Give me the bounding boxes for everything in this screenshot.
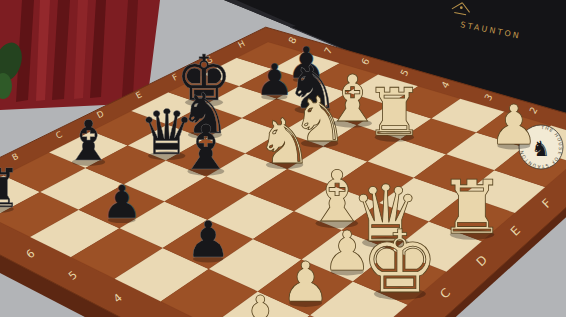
piece-white-rook-e1[interactable]: ♜ [439,164,505,250]
scene: Wooden Staunton chess set on angled maho… [0,0,566,317]
piece-white-pawn-a2[interactable]: ♟ [236,284,285,317]
piece-black-bishop-c8[interactable]: ♝ [64,108,114,173]
piece-black-pawn-b4[interactable]: ♟ [186,210,231,269]
piece-white-pawn-h2[interactable]: ♟ [489,93,538,157]
piece-black-bishop-d6[interactable]: ♝ [178,112,233,184]
piece-black-rook-a8[interactable]: ♜ [0,157,22,220]
piece-white-rook-g4[interactable]: ♜ [365,74,424,150]
piece-white-king-c1[interactable]: ♚ [361,212,439,312]
photo-canvas: Wooden Staunton chess set on angled maho… [0,0,566,317]
piece-black-pawn-b6[interactable]: ♟ [101,175,142,229]
